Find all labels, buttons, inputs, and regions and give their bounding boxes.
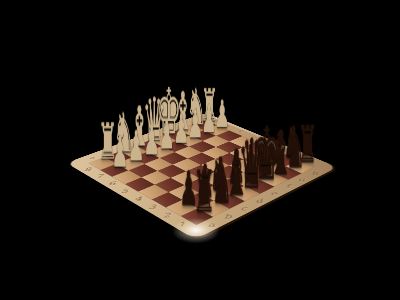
piece-white-pawn-d7[interactable]: ♟ [159,114,175,154]
piece-white-pawn-c7[interactable]: ♟ [143,120,159,161]
board-grid: ♜♞♝♛♚♝♞♜♟♟♟♟♟♟♟♟♟♟♟♟♟♟♟♟♜♞♝♛♚♝♞♜ [88,120,314,225]
piece-black-rook-a1[interactable]: ♜ [193,163,216,220]
piece-white-pawn-e7[interactable]: ♟ [173,109,189,149]
piece-white-pawn-g7[interactable]: ♟ [201,100,216,138]
piece-white-pawn-b7[interactable]: ♟ [128,125,145,167]
piece-white-pawn-h7[interactable]: ♟ [215,95,230,133]
chess-board: ♜♞♝♛♚♝♞♜♟♟♟♟♟♟♟♟♟♟♟♟♟♟♟♟♜♞♝♛♚♝♞♜ abcdefg… [66,112,337,239]
piece-white-pawn-f7[interactable]: ♟ [188,104,204,143]
rank-label: 6 [102,178,121,188]
rank-label: 8 [78,164,97,173]
piece-white-pawn-a7[interactable]: ♟ [112,131,129,174]
